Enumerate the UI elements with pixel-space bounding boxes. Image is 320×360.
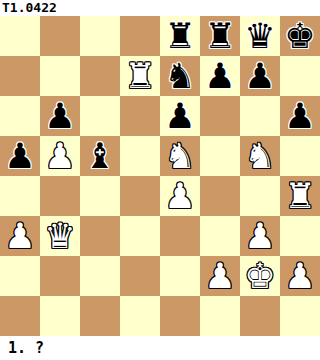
black-pawn-piece[interactable]: ♟ [44, 96, 75, 136]
square-h5[interactable] [280, 136, 320, 176]
square-d7[interactable]: ♜ [120, 56, 160, 96]
square-d1[interactable] [120, 296, 160, 336]
square-c1[interactable] [80, 296, 120, 336]
square-h8[interactable]: ♚ [280, 16, 320, 56]
square-a1[interactable] [0, 296, 40, 336]
square-d8[interactable] [120, 16, 160, 56]
white-knight-piece[interactable]: ♞ [164, 136, 195, 176]
black-pawn-piece[interactable]: ♟ [244, 56, 275, 96]
square-h2[interactable]: ♟ [280, 256, 320, 296]
white-king-piece[interactable]: ♚ [244, 256, 275, 296]
square-e7[interactable]: ♞ [160, 56, 200, 96]
square-f1[interactable] [200, 296, 240, 336]
square-a7[interactable] [0, 56, 40, 96]
black-queen-piece[interactable]: ♛ [244, 16, 275, 56]
white-pawn-piece[interactable]: ♟ [244, 216, 275, 256]
square-d3[interactable] [120, 216, 160, 256]
square-b6[interactable]: ♟ [40, 96, 80, 136]
black-pawn-piece[interactable]: ♟ [4, 136, 35, 176]
white-knight-piece[interactable]: ♞ [244, 136, 275, 176]
square-f6[interactable] [200, 96, 240, 136]
black-rook-piece[interactable]: ♜ [164, 16, 195, 56]
square-c3[interactable] [80, 216, 120, 256]
square-f4[interactable] [200, 176, 240, 216]
square-g5[interactable]: ♞ [240, 136, 280, 176]
square-e8[interactable]: ♜ [160, 16, 200, 56]
puzzle-id-title: T1.0422 [0, 0, 320, 16]
square-b3[interactable]: ♛ [40, 216, 80, 256]
black-pawn-piece[interactable]: ♟ [164, 96, 195, 136]
square-e1[interactable] [160, 296, 200, 336]
square-g8[interactable]: ♛ [240, 16, 280, 56]
square-h4[interactable]: ♜ [280, 176, 320, 216]
square-a2[interactable] [0, 256, 40, 296]
square-f3[interactable] [200, 216, 240, 256]
square-g3[interactable]: ♟ [240, 216, 280, 256]
white-pawn-piece[interactable]: ♟ [4, 216, 35, 256]
square-d2[interactable] [120, 256, 160, 296]
white-pawn-piece[interactable]: ♟ [284, 256, 315, 296]
square-b1[interactable] [40, 296, 80, 336]
white-rook-piece[interactable]: ♜ [124, 56, 155, 96]
black-rook-piece[interactable]: ♜ [204, 16, 235, 56]
square-c5[interactable]: ♝ [80, 136, 120, 176]
white-rook-piece[interactable]: ♜ [284, 176, 315, 216]
square-c7[interactable] [80, 56, 120, 96]
white-queen-piece[interactable]: ♛ [44, 216, 75, 256]
square-h7[interactable] [280, 56, 320, 96]
square-b8[interactable] [40, 16, 80, 56]
square-c4[interactable] [80, 176, 120, 216]
square-f2[interactable]: ♟ [200, 256, 240, 296]
square-d4[interactable] [120, 176, 160, 216]
square-b7[interactable] [40, 56, 80, 96]
black-king-piece[interactable]: ♚ [284, 16, 315, 56]
square-g7[interactable]: ♟ [240, 56, 280, 96]
square-b2[interactable] [40, 256, 80, 296]
square-a5[interactable]: ♟ [0, 136, 40, 176]
square-a3[interactable]: ♟ [0, 216, 40, 256]
square-d6[interactable] [120, 96, 160, 136]
square-f7[interactable]: ♟ [200, 56, 240, 96]
white-pawn-piece[interactable]: ♟ [204, 256, 235, 296]
square-a6[interactable] [0, 96, 40, 136]
square-h6[interactable]: ♟ [280, 96, 320, 136]
square-e6[interactable]: ♟ [160, 96, 200, 136]
square-h3[interactable] [280, 216, 320, 256]
chess-board: ♜♜♛♚♜♞♟♟♟♟♟♟♟♝♞♞♟♜♟♛♟♟♚♟ [0, 16, 320, 336]
square-b5[interactable]: ♟ [40, 136, 80, 176]
square-c2[interactable] [80, 256, 120, 296]
square-b4[interactable] [40, 176, 80, 216]
black-bishop-piece[interactable]: ♝ [84, 136, 115, 176]
square-e5[interactable]: ♞ [160, 136, 200, 176]
square-d5[interactable] [120, 136, 160, 176]
square-g4[interactable] [240, 176, 280, 216]
square-a4[interactable] [0, 176, 40, 216]
square-e4[interactable]: ♟ [160, 176, 200, 216]
square-c8[interactable] [80, 16, 120, 56]
square-f8[interactable]: ♜ [200, 16, 240, 56]
square-c6[interactable] [80, 96, 120, 136]
square-g1[interactable] [240, 296, 280, 336]
chess-app-window: T1.0422 ♜♜♛♚♜♞♟♟♟♟♟♟♟♝♞♞♟♜♟♛♟♟♚♟ 1. ? [0, 0, 320, 360]
black-pawn-piece[interactable]: ♟ [204, 56, 235, 96]
square-a8[interactable] [0, 16, 40, 56]
square-e2[interactable] [160, 256, 200, 296]
square-e3[interactable] [160, 216, 200, 256]
square-h1[interactable] [280, 296, 320, 336]
square-g6[interactable] [240, 96, 280, 136]
black-knight-piece[interactable]: ♞ [164, 56, 195, 96]
white-pawn-piece[interactable]: ♟ [44, 136, 75, 176]
square-g2[interactable]: ♚ [240, 256, 280, 296]
square-f5[interactable] [200, 136, 240, 176]
white-pawn-piece[interactable]: ♟ [164, 176, 195, 216]
black-pawn-piece[interactable]: ♟ [284, 96, 315, 136]
move-prompt: 1. ? [0, 336, 320, 360]
